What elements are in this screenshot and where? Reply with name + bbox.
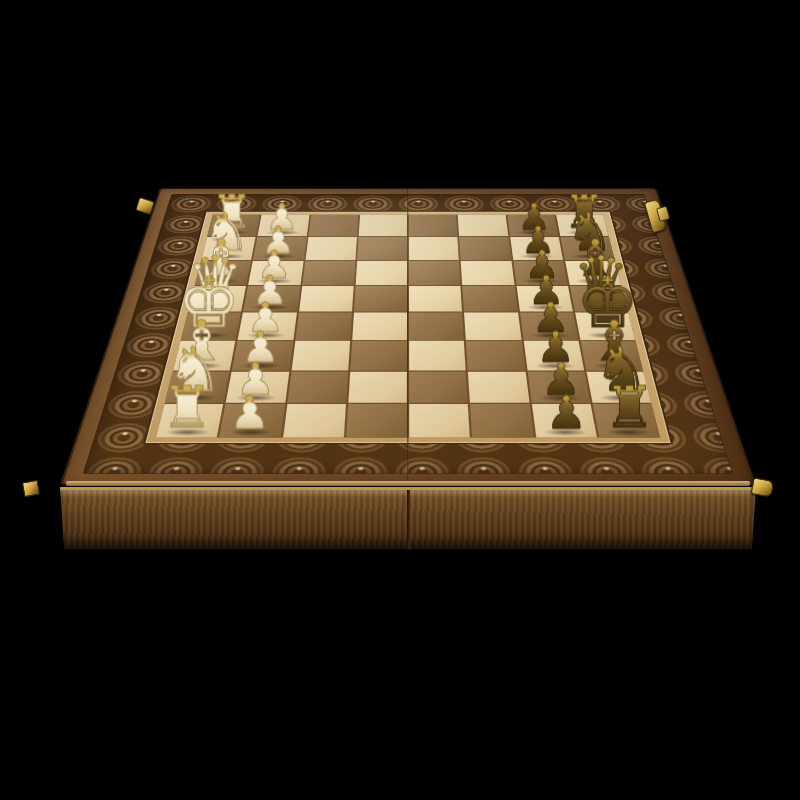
square-r7c7[interactable]: ♜ bbox=[593, 404, 660, 438]
fold-seam bbox=[407, 188, 409, 485]
square-r7c3[interactable] bbox=[346, 404, 407, 438]
square-r2c3[interactable] bbox=[355, 261, 407, 285]
brass-clasp-left-lower[interactable] bbox=[22, 480, 40, 498]
square-r5c4[interactable] bbox=[409, 341, 466, 370]
chess-scene: ♜♟♟♜♞♟♟♞♝♟♟♝♛♟♟♛♚♟♟♚♝♟♟♝♞♟♟♞♜♟♟♜ bbox=[0, 0, 800, 800]
square-r3c3[interactable] bbox=[354, 286, 407, 312]
brass-clasp-right-lower[interactable] bbox=[751, 477, 775, 497]
white-pawn[interactable]: ♟ bbox=[197, 390, 304, 436]
front-fold-seam bbox=[407, 490, 410, 549]
square-r0c3[interactable] bbox=[359, 215, 408, 236]
black-rook[interactable]: ♜ bbox=[576, 378, 683, 435]
square-r3c4[interactable] bbox=[409, 286, 462, 312]
square-r0c4[interactable] bbox=[409, 215, 458, 236]
square-r6c4[interactable] bbox=[409, 371, 468, 402]
square-r7c1[interactable]: ♟ bbox=[219, 404, 284, 438]
chess-board-box: ♜♟♟♜♞♟♟♞♝♟♟♝♛♟♟♛♚♟♟♚♝♟♟♝♞♟♟♞♜♟♟♜ bbox=[60, 188, 757, 485]
square-r6c3[interactable] bbox=[348, 371, 407, 402]
square-r2c4[interactable] bbox=[409, 261, 461, 285]
box-front-panel bbox=[60, 487, 756, 549]
square-r5c3[interactable] bbox=[350, 341, 407, 370]
square-r7c4[interactable] bbox=[409, 404, 470, 438]
front-edge-molding bbox=[66, 481, 750, 486]
